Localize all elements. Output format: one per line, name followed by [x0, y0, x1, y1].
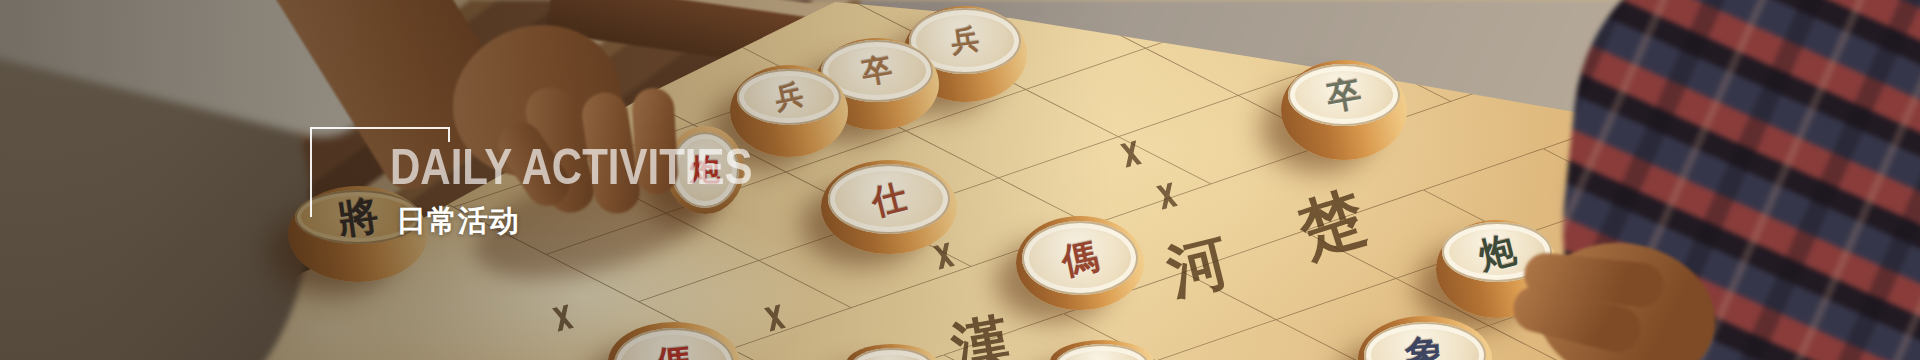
river-calligraphy-char: 漢 [947, 311, 1014, 360]
board-point-marker [542, 302, 585, 334]
piece-face: 仕 [828, 164, 950, 234]
piece-face: 傌 [614, 328, 734, 360]
piece-character: 仕 [868, 178, 909, 219]
piece-character: 象 [1404, 334, 1447, 360]
xiangqi-piece-傌: 傌 [1016, 216, 1144, 310]
piece-face: 傌 [1022, 221, 1138, 295]
piece-face [1055, 344, 1149, 360]
piece-character: 傌 [653, 343, 695, 360]
piece-character: 炮 [1475, 230, 1519, 274]
piece-character: 卒 [1324, 75, 1363, 114]
xiangqi-piece-仕: 仕 [821, 160, 957, 254]
piece-face [850, 348, 934, 360]
piece-character: 卒 [860, 54, 895, 89]
piece-face: 象 [1364, 322, 1486, 360]
piece-character: 兵 [772, 80, 805, 113]
piece-face: 兵 [737, 69, 841, 125]
piece-character: 傌 [1059, 237, 1102, 280]
xiangqi-piece-卒: 卒 [1281, 60, 1407, 160]
banner-subtitle: 日常活动 [396, 206, 520, 236]
piece-character: 兵 [949, 25, 981, 57]
banner-title: DAILY ACTIVITIES [390, 142, 753, 192]
piece-face: 卒 [1288, 64, 1400, 126]
